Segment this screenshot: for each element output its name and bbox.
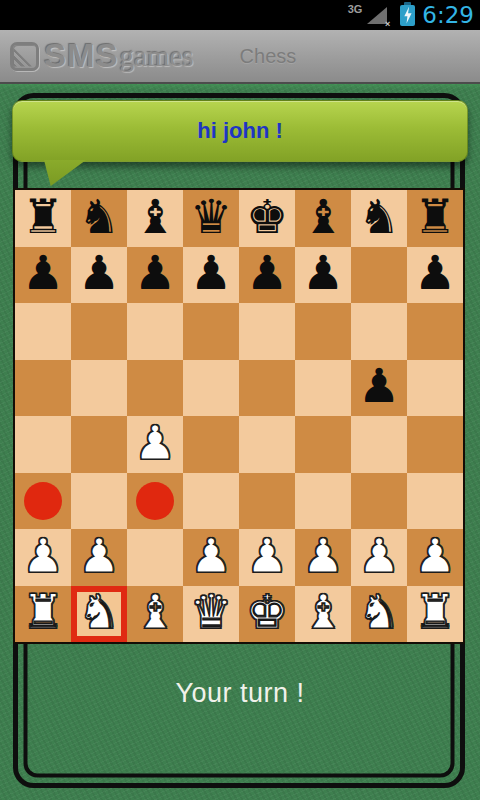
square-d2[interactable]: ♟ [183, 529, 239, 586]
piece-black-pawn: ♟ [302, 249, 344, 296]
chat-bubble[interactable]: hi john ! [12, 100, 468, 162]
piece-black-pawn: ♟ [22, 249, 64, 296]
square-g1[interactable]: ♞ [351, 586, 407, 643]
piece-white-pawn: ♟ [22, 532, 64, 579]
square-a8[interactable]: ♜ [15, 190, 71, 247]
square-g3[interactable] [351, 473, 407, 530]
square-a4[interactable] [15, 416, 71, 473]
piece-black-bishop: ♝ [302, 193, 344, 240]
status-bar: 3G × 6:29 [0, 0, 480, 30]
app-title-primary: SMS [44, 37, 119, 75]
piece-black-rook: ♜ [414, 193, 456, 240]
network-type-label: 3G [348, 3, 363, 15]
piece-white-pawn: ♟ [190, 532, 232, 579]
piece-white-knight: ♞ [358, 588, 400, 635]
square-e8[interactable]: ♚ [239, 190, 295, 247]
piece-black-pawn: ♟ [134, 249, 176, 296]
square-c5[interactable] [127, 360, 183, 417]
square-h7[interactable]: ♟ [407, 247, 463, 304]
square-d3[interactable] [183, 473, 239, 530]
piece-white-pawn: ♟ [414, 532, 456, 579]
piece-white-pawn: ♟ [358, 532, 400, 579]
square-b7[interactable]: ♟ [71, 247, 127, 304]
piece-white-bishop: ♝ [134, 588, 176, 635]
square-g8[interactable]: ♞ [351, 190, 407, 247]
status-clock: 6:29 [422, 2, 474, 28]
piece-white-queen: ♛ [190, 588, 232, 635]
square-f7[interactable]: ♟ [295, 247, 351, 304]
square-g7[interactable] [351, 247, 407, 304]
chess-board: ♜♞♝♛♚♝♞♜♟♟♟♟♟♟♟♟♟♟♟♟♟♟♟♟♜♞♝♛♚♝♞♜ [13, 188, 465, 644]
square-c6[interactable] [127, 303, 183, 360]
piece-black-pawn: ♟ [246, 249, 288, 296]
square-f1[interactable]: ♝ [295, 586, 351, 643]
square-h5[interactable] [407, 360, 463, 417]
square-e4[interactable] [239, 416, 295, 473]
piece-black-pawn: ♟ [358, 362, 400, 409]
square-a2[interactable]: ♟ [15, 529, 71, 586]
turn-status: Your turn ! [0, 678, 480, 709]
piece-black-pawn: ♟ [414, 249, 456, 296]
square-b6[interactable] [71, 303, 127, 360]
square-f6[interactable] [295, 303, 351, 360]
square-c4[interactable]: ♟ [127, 416, 183, 473]
screen-title: Chess [240, 45, 297, 68]
square-c7[interactable]: ♟ [127, 247, 183, 304]
square-h6[interactable] [407, 303, 463, 360]
piece-white-pawn: ♟ [134, 419, 176, 466]
signal-triangle-no-connection-icon: × [365, 6, 389, 25]
piece-white-pawn: ♟ [302, 532, 344, 579]
square-f4[interactable] [295, 416, 351, 473]
smsgames-logo-icon [10, 42, 39, 71]
square-a7[interactable]: ♟ [15, 247, 71, 304]
square-g2[interactable]: ♟ [351, 529, 407, 586]
square-d1[interactable]: ♛ [183, 586, 239, 643]
game-table-background: hi john ! ♜♞♝♛♚♝♞♜♟♟♟♟♟♟♟♟♟♟♟♟♟♟♟♟♜♞♝♛♚♝… [0, 84, 480, 800]
piece-black-knight: ♞ [78, 193, 120, 240]
square-e7[interactable]: ♟ [239, 247, 295, 304]
piece-black-pawn: ♟ [78, 249, 120, 296]
piece-black-bishop: ♝ [134, 193, 176, 240]
piece-black-queen: ♛ [190, 193, 232, 240]
app-title-secondary: games [120, 40, 194, 73]
charging-bolt-icon [402, 7, 413, 24]
square-a6[interactable] [15, 303, 71, 360]
piece-black-pawn: ♟ [190, 249, 232, 296]
square-h4[interactable] [407, 416, 463, 473]
square-h1[interactable]: ♜ [407, 586, 463, 643]
square-b4[interactable] [71, 416, 127, 473]
square-a3[interactable] [15, 473, 71, 530]
piece-white-rook: ♜ [414, 588, 456, 635]
square-h2[interactable]: ♟ [407, 529, 463, 586]
square-h3[interactable] [407, 473, 463, 530]
piece-white-pawn: ♟ [246, 532, 288, 579]
app-header: SMS games Chess [0, 30, 480, 84]
piece-white-knight: ♞ [78, 588, 120, 635]
move-hint-dot [136, 482, 174, 520]
square-c1[interactable]: ♝ [127, 586, 183, 643]
square-f5[interactable] [295, 360, 351, 417]
square-d8[interactable]: ♛ [183, 190, 239, 247]
piece-white-bishop: ♝ [302, 588, 344, 635]
square-d6[interactable] [183, 303, 239, 360]
chat-message: hi john ! [197, 118, 283, 144]
square-e1[interactable]: ♚ [239, 586, 295, 643]
square-e2[interactable]: ♟ [239, 529, 295, 586]
square-b1[interactable]: ♞ [71, 586, 127, 643]
phone-screen: 3G × 6:29 SMS games Chess hi john ! ♜♞♝♛… [0, 0, 480, 800]
square-g5[interactable]: ♟ [351, 360, 407, 417]
no-connection-x-icon: × [385, 19, 390, 29]
square-b5[interactable] [71, 360, 127, 417]
square-f8[interactable]: ♝ [295, 190, 351, 247]
square-c8[interactable]: ♝ [127, 190, 183, 247]
square-d4[interactable] [183, 416, 239, 473]
square-e5[interactable] [239, 360, 295, 417]
square-c3[interactable] [127, 473, 183, 530]
square-f2[interactable]: ♟ [295, 529, 351, 586]
piece-black-king: ♚ [246, 193, 288, 240]
move-hint-dot [24, 482, 62, 520]
piece-black-knight: ♞ [358, 193, 400, 240]
square-c2[interactable] [127, 529, 183, 586]
piece-white-pawn: ♟ [78, 532, 120, 579]
battery-charging-icon [400, 5, 415, 26]
square-d5[interactable] [183, 360, 239, 417]
square-g4[interactable] [351, 416, 407, 473]
square-a1[interactable]: ♜ [15, 586, 71, 643]
square-f3[interactable] [295, 473, 351, 530]
square-g6[interactable] [351, 303, 407, 360]
piece-white-king: ♚ [246, 588, 288, 635]
square-b2[interactable]: ♟ [71, 529, 127, 586]
square-a5[interactable] [15, 360, 71, 417]
piece-black-rook: ♜ [22, 193, 64, 240]
piece-white-rook: ♜ [22, 588, 64, 635]
square-e6[interactable] [239, 303, 295, 360]
square-e3[interactable] [239, 473, 295, 530]
square-h8[interactable]: ♜ [407, 190, 463, 247]
square-b8[interactable]: ♞ [71, 190, 127, 247]
square-b3[interactable] [71, 473, 127, 530]
square-d7[interactable]: ♟ [183, 247, 239, 304]
